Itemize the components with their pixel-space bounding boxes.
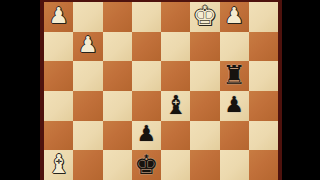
square-e7[interactable] bbox=[161, 2, 190, 32]
square-g4[interactable]: ♟ bbox=[220, 91, 249, 121]
square-e5[interactable] bbox=[161, 61, 190, 91]
square-h4[interactable] bbox=[249, 91, 278, 121]
board-frame: ♟♚♟♟♜♝♟♟♝♚ bbox=[40, 0, 282, 180]
square-e3[interactable] bbox=[161, 121, 190, 151]
square-a3[interactable] bbox=[44, 121, 73, 151]
square-f4[interactable] bbox=[190, 91, 219, 121]
piece-white-pawn-b6[interactable]: ♟ bbox=[78, 34, 98, 56]
square-b2[interactable] bbox=[73, 150, 102, 180]
square-d3[interactable]: ♟ bbox=[132, 121, 161, 151]
piece-black-pawn-g4[interactable]: ♟ bbox=[224, 94, 244, 116]
square-a5[interactable] bbox=[44, 61, 73, 91]
square-h3[interactable] bbox=[249, 121, 278, 151]
square-e4[interactable]: ♝ bbox=[161, 91, 190, 121]
square-b7[interactable] bbox=[73, 2, 102, 32]
square-c7[interactable] bbox=[103, 2, 132, 32]
square-g6[interactable] bbox=[220, 32, 249, 62]
square-d4[interactable] bbox=[132, 91, 161, 121]
piece-white-king-f7[interactable]: ♚ bbox=[193, 2, 217, 29]
square-f6[interactable] bbox=[190, 32, 219, 62]
square-f2[interactable] bbox=[190, 150, 219, 180]
chess-board: ♟♚♟♟♜♝♟♟♝♚ bbox=[44, 2, 278, 180]
square-f7[interactable]: ♚ bbox=[190, 2, 219, 32]
square-h7[interactable] bbox=[249, 2, 278, 32]
square-e6[interactable] bbox=[161, 32, 190, 62]
square-d7[interactable] bbox=[132, 2, 161, 32]
square-c4[interactable] bbox=[103, 91, 132, 121]
piece-white-pawn-a7[interactable]: ♟ bbox=[49, 5, 69, 27]
square-e2[interactable] bbox=[161, 150, 190, 180]
square-b4[interactable] bbox=[73, 91, 102, 121]
square-c5[interactable] bbox=[103, 61, 132, 91]
square-d2[interactable]: ♚ bbox=[132, 150, 161, 180]
video-frame: ♟♚♟♟♜♝♟♟♝♚ bbox=[0, 0, 320, 180]
square-h2[interactable] bbox=[249, 150, 278, 180]
piece-black-rook-g5[interactable]: ♜ bbox=[222, 62, 245, 88]
square-h5[interactable] bbox=[249, 61, 278, 91]
square-a6[interactable] bbox=[44, 32, 73, 62]
square-g5[interactable]: ♜ bbox=[220, 61, 249, 91]
square-f3[interactable] bbox=[190, 121, 219, 151]
square-g3[interactable] bbox=[220, 121, 249, 151]
square-a4[interactable] bbox=[44, 91, 73, 121]
square-c6[interactable] bbox=[103, 32, 132, 62]
square-g2[interactable] bbox=[220, 150, 249, 180]
piece-white-bishop-a2[interactable]: ♝ bbox=[47, 151, 70, 177]
square-b6[interactable]: ♟ bbox=[73, 32, 102, 62]
square-b3[interactable] bbox=[73, 121, 102, 151]
square-h6[interactable] bbox=[249, 32, 278, 62]
square-a7[interactable]: ♟ bbox=[44, 2, 73, 32]
piece-black-pawn-d3[interactable]: ♟ bbox=[137, 123, 157, 145]
square-d5[interactable] bbox=[132, 61, 161, 91]
piece-white-pawn-g7[interactable]: ♟ bbox=[224, 5, 244, 27]
square-a2[interactable]: ♝ bbox=[44, 150, 73, 180]
piece-black-bishop-e4[interactable]: ♝ bbox=[164, 92, 187, 118]
square-f5[interactable] bbox=[190, 61, 219, 91]
square-c2[interactable] bbox=[103, 150, 132, 180]
piece-black-king-d2[interactable]: ♚ bbox=[134, 151, 158, 178]
square-c3[interactable] bbox=[103, 121, 132, 151]
square-b5[interactable] bbox=[73, 61, 102, 91]
square-g7[interactable]: ♟ bbox=[220, 2, 249, 32]
square-d6[interactable] bbox=[132, 32, 161, 62]
